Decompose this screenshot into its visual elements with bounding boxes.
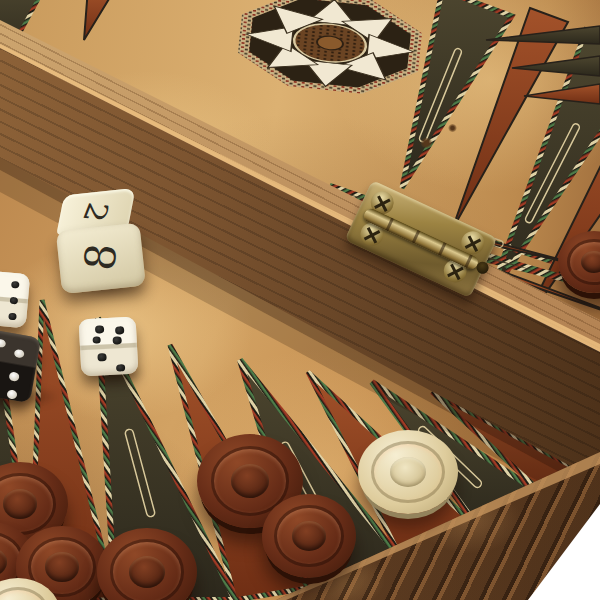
die-pip — [9, 297, 18, 305]
far-point-red-left — [84, 0, 112, 40]
die-pip — [7, 389, 18, 399]
checker-ring — [0, 587, 49, 600]
checker-boss — [45, 552, 78, 582]
doubling-cube-front-face: 8 — [56, 223, 146, 294]
die-pip — [97, 353, 106, 361]
burl-knot — [448, 124, 457, 132]
checker-boss — [231, 464, 269, 498]
brown-checker-6[interactable] — [262, 494, 356, 578]
burl-knot — [420, 138, 433, 148]
die-pip — [116, 364, 125, 372]
backgammon-photo-scene: 2 8 — [0, 0, 600, 600]
far-point-dark-1 — [402, 0, 512, 188]
die-pip — [8, 313, 17, 321]
doubling-cube-top-value: 2 — [76, 200, 116, 223]
die-pip — [11, 280, 20, 288]
star-medallion — [241, 0, 419, 96]
die-pip — [8, 372, 19, 382]
die-pip — [92, 336, 101, 344]
white-die[interactable] — [79, 317, 139, 377]
die-pip — [14, 348, 25, 358]
doubling-cube-front-value: 8 — [75, 241, 127, 273]
doubling-cube[interactable]: 2 8 — [52, 188, 146, 294]
checker-boss — [581, 251, 600, 273]
checker-boss — [292, 521, 326, 551]
checker-boss — [129, 556, 165, 588]
checker-boss — [390, 457, 426, 487]
die-pip — [115, 326, 124, 334]
cream-checker-1[interactable] — [358, 430, 458, 514]
die-pip — [113, 337, 122, 345]
white-die-partial[interactable] — [0, 270, 30, 329]
die-pip — [0, 338, 7, 348]
die-pip — [95, 326, 104, 334]
